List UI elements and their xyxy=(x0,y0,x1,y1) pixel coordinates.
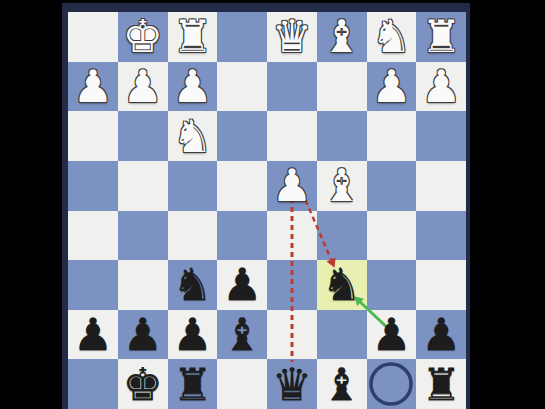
white-pawn[interactable]: ♟ xyxy=(122,64,162,109)
square-a2[interactable]: ♟ xyxy=(416,62,466,112)
square-g3[interactable] xyxy=(118,111,168,161)
white-bishop[interactable]: ♝ xyxy=(321,14,361,59)
square-e3[interactable] xyxy=(217,111,267,161)
square-h1[interactable] xyxy=(68,12,118,62)
white-king[interactable]: ♚ xyxy=(122,14,162,59)
black-knight[interactable]: ♞ xyxy=(172,262,212,307)
square-b7[interactable]: ♟ xyxy=(367,310,417,360)
black-pawn[interactable]: ♟ xyxy=(222,262,262,307)
square-f8[interactable]: ♜ xyxy=(168,359,218,409)
square-a8[interactable]: ♜ xyxy=(416,359,466,409)
square-g8[interactable]: ♚ xyxy=(118,359,168,409)
square-g6[interactable] xyxy=(118,260,168,310)
square-d1[interactable]: ♛ xyxy=(267,12,317,62)
square-h4[interactable] xyxy=(68,161,118,211)
chess-app-screenshot: ♚♜♛♝♞♜♟♟♟♟♟♞♟♝♞♟♞♟♟♟♝♟♟♚♜♛♝♜ xyxy=(0,0,545,409)
black-queen[interactable]: ♛ xyxy=(272,362,312,407)
square-a6[interactable] xyxy=(416,260,466,310)
square-h5[interactable] xyxy=(68,211,118,261)
square-d3[interactable] xyxy=(267,111,317,161)
square-g4[interactable] xyxy=(118,161,168,211)
square-h8[interactable] xyxy=(68,359,118,409)
square-g7[interactable]: ♟ xyxy=(118,310,168,360)
square-b6[interactable] xyxy=(367,260,417,310)
square-c4[interactable]: ♝ xyxy=(317,161,367,211)
square-g5[interactable] xyxy=(118,211,168,261)
square-a4[interactable] xyxy=(416,161,466,211)
square-e7[interactable]: ♝ xyxy=(217,310,267,360)
square-b2[interactable]: ♟ xyxy=(367,62,417,112)
square-d6[interactable] xyxy=(267,260,317,310)
black-rook[interactable]: ♜ xyxy=(421,362,461,407)
black-rook[interactable]: ♜ xyxy=(172,362,212,407)
square-c3[interactable] xyxy=(317,111,367,161)
white-rook[interactable]: ♜ xyxy=(421,14,461,59)
square-a7[interactable]: ♟ xyxy=(416,310,466,360)
square-b4[interactable] xyxy=(367,161,417,211)
black-pawn[interactable]: ♟ xyxy=(371,312,411,357)
square-b3[interactable] xyxy=(367,111,417,161)
square-f1[interactable]: ♜ xyxy=(168,12,218,62)
square-b1[interactable]: ♞ xyxy=(367,12,417,62)
black-bishop[interactable]: ♝ xyxy=(321,362,361,407)
square-c7[interactable] xyxy=(317,310,367,360)
square-h7[interactable]: ♟ xyxy=(68,310,118,360)
white-pawn[interactable]: ♟ xyxy=(73,64,113,109)
square-g1[interactable]: ♚ xyxy=(118,12,168,62)
white-knight[interactable]: ♞ xyxy=(172,114,212,159)
square-c6[interactable]: ♞ xyxy=(317,260,367,310)
square-f7[interactable]: ♟ xyxy=(168,310,218,360)
square-f2[interactable]: ♟ xyxy=(168,62,218,112)
square-d4[interactable]: ♟ xyxy=(267,161,317,211)
square-h6[interactable] xyxy=(68,260,118,310)
square-e4[interactable] xyxy=(217,161,267,211)
white-pawn[interactable]: ♟ xyxy=(371,64,411,109)
black-bishop[interactable]: ♝ xyxy=(222,312,262,357)
square-b5[interactable] xyxy=(367,211,417,261)
square-d8[interactable]: ♛ xyxy=(267,359,317,409)
square-c8[interactable]: ♝ xyxy=(317,359,367,409)
square-e1[interactable] xyxy=(217,12,267,62)
square-b8[interactable] xyxy=(367,359,417,409)
square-h3[interactable] xyxy=(68,111,118,161)
white-bishop[interactable]: ♝ xyxy=(321,163,361,208)
black-knight[interactable]: ♞ xyxy=(321,262,361,307)
white-knight[interactable]: ♞ xyxy=(371,14,411,59)
white-pawn[interactable]: ♟ xyxy=(272,163,312,208)
square-h2[interactable]: ♟ xyxy=(68,62,118,112)
square-d2[interactable] xyxy=(267,62,317,112)
square-a5[interactable] xyxy=(416,211,466,261)
square-e5[interactable] xyxy=(217,211,267,261)
white-queen[interactable]: ♛ xyxy=(272,14,312,59)
square-f4[interactable] xyxy=(168,161,218,211)
square-a3[interactable] xyxy=(416,111,466,161)
square-e8[interactable] xyxy=(217,359,267,409)
white-pawn[interactable]: ♟ xyxy=(421,64,461,109)
white-rook[interactable]: ♜ xyxy=(172,14,212,59)
square-g2[interactable]: ♟ xyxy=(118,62,168,112)
black-pawn[interactable]: ♟ xyxy=(172,312,212,357)
square-c2[interactable] xyxy=(317,62,367,112)
chess-board: ♚♜♛♝♞♜♟♟♟♟♟♞♟♝♞♟♞♟♟♟♝♟♟♚♜♛♝♜ xyxy=(68,12,466,409)
square-d7[interactable] xyxy=(267,310,317,360)
square-e2[interactable] xyxy=(217,62,267,112)
square-c1[interactable]: ♝ xyxy=(317,12,367,62)
black-pawn[interactable]: ♟ xyxy=(421,312,461,357)
black-pawn[interactable]: ♟ xyxy=(122,312,162,357)
square-e6[interactable]: ♟ xyxy=(217,260,267,310)
square-c5[interactable] xyxy=(317,211,367,261)
square-f3[interactable]: ♞ xyxy=(168,111,218,161)
square-d5[interactable] xyxy=(267,211,317,261)
black-king[interactable]: ♚ xyxy=(122,362,162,407)
black-pawn[interactable]: ♟ xyxy=(73,312,113,357)
square-f5[interactable] xyxy=(168,211,218,261)
white-pawn[interactable]: ♟ xyxy=(172,64,212,109)
square-f6[interactable]: ♞ xyxy=(168,260,218,310)
square-a1[interactable]: ♜ xyxy=(416,12,466,62)
